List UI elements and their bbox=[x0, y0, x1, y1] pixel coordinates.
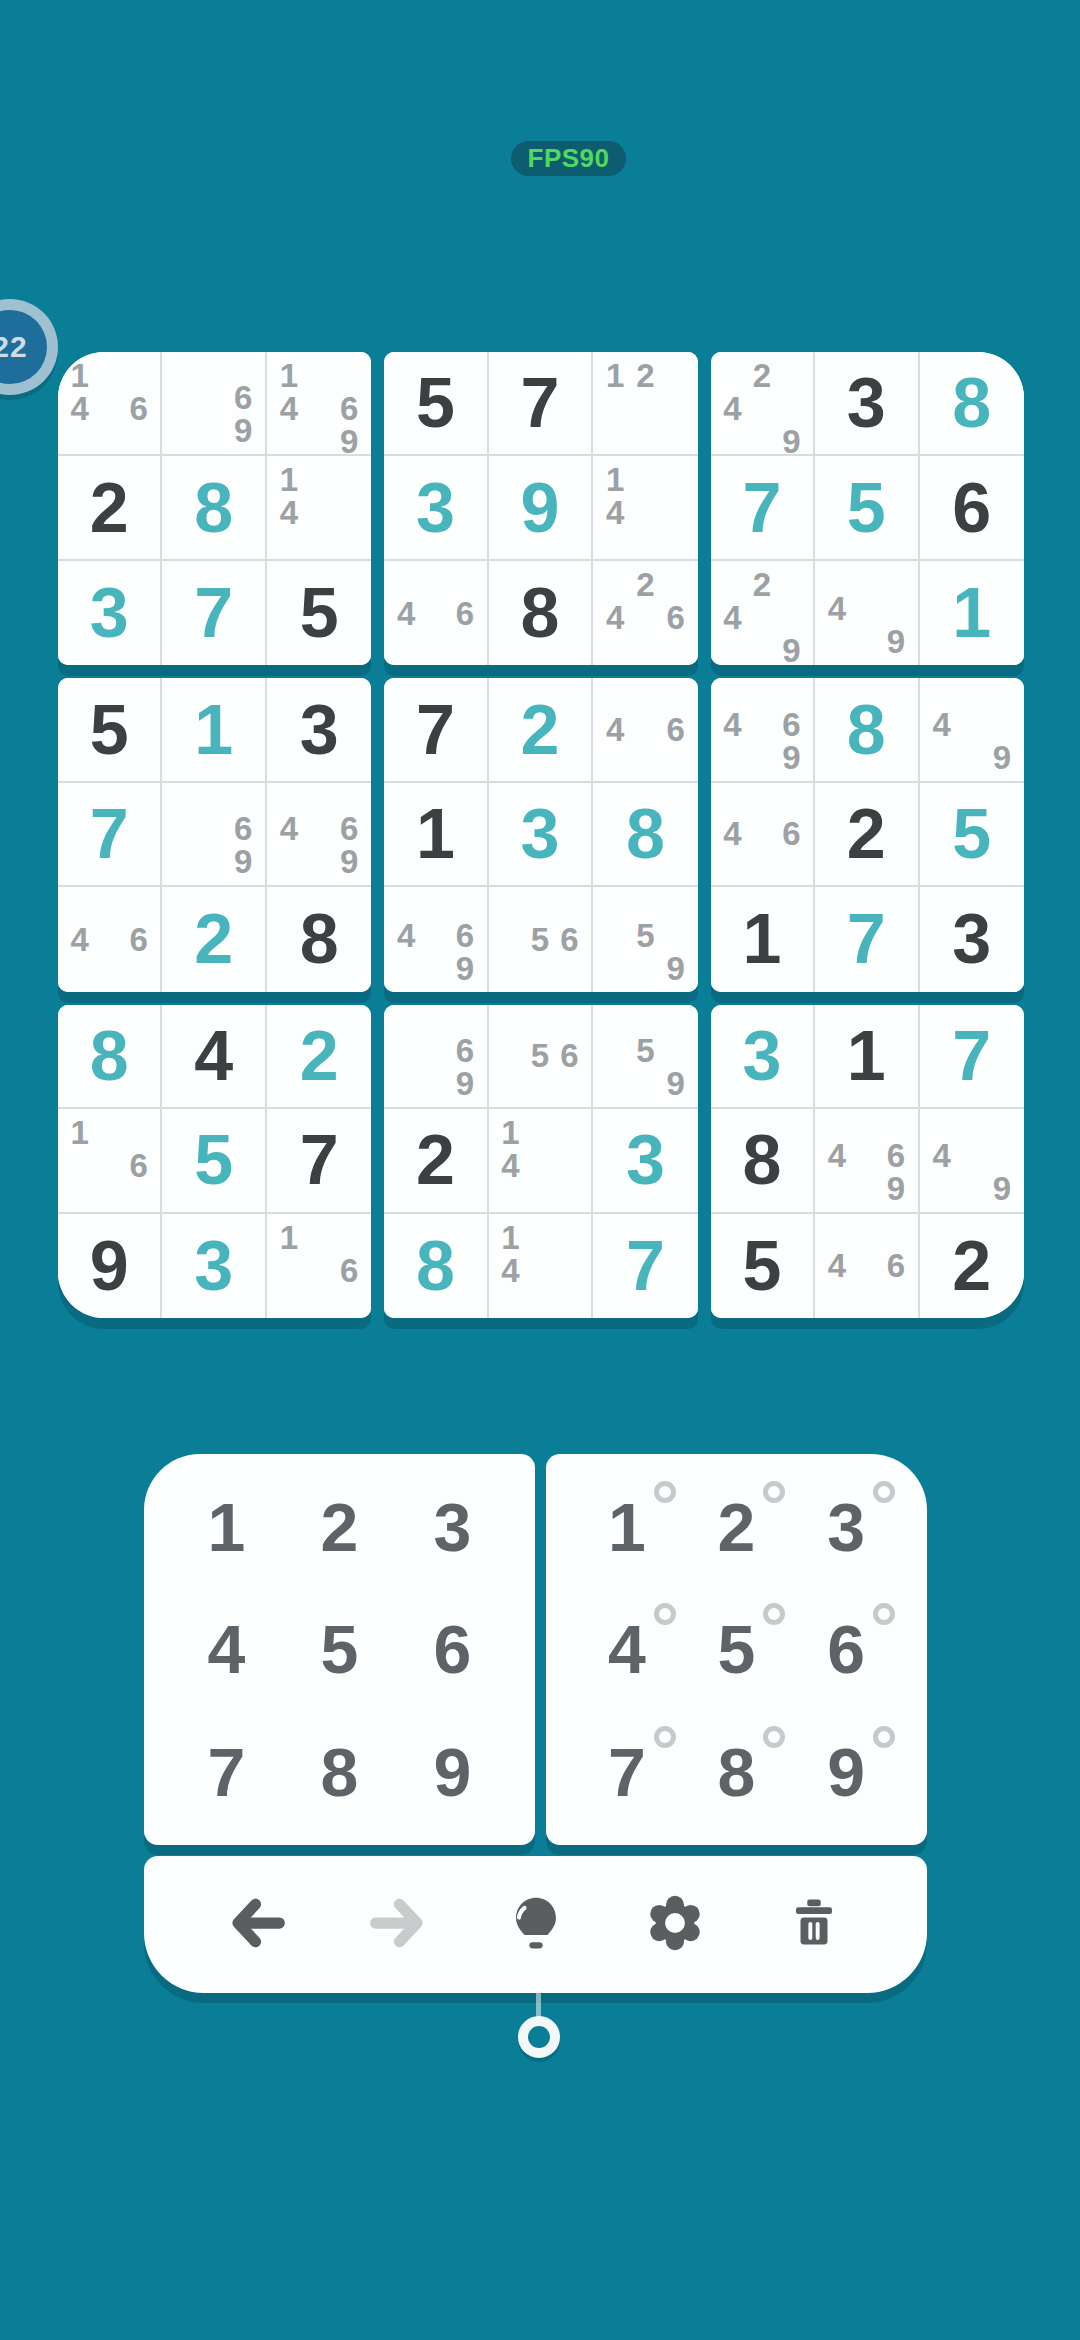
box-8: 69565921438147 bbox=[384, 1005, 697, 1318]
cell-r4c1[interactable]: 5 bbox=[58, 678, 162, 782]
numpad-normal-3[interactable]: 3 bbox=[396, 1466, 509, 1588]
numpad-digit: 6 bbox=[434, 1615, 472, 1683]
note-digit bbox=[555, 956, 584, 985]
numpad-normal-1[interactable]: 1 bbox=[170, 1466, 283, 1588]
note-digit: 4 bbox=[718, 708, 747, 741]
note-digit: 4 bbox=[65, 923, 94, 956]
cell-r2c5[interactable]: 9 bbox=[489, 456, 593, 560]
numpad-notes-4[interactable]: 4 bbox=[572, 1588, 682, 1710]
cell-r2c2[interactable]: 8 bbox=[162, 456, 266, 560]
note-digit: 1 bbox=[496, 1116, 525, 1149]
note-digit: 6 bbox=[334, 1254, 364, 1287]
note-digit: 4 bbox=[600, 713, 630, 746]
pencil-notes: 69 bbox=[391, 1012, 479, 1100]
drag-handle[interactable] bbox=[518, 2016, 560, 2058]
cell-r1c1[interactable]: 146 bbox=[58, 352, 162, 456]
pencil-notes: 469 bbox=[718, 685, 806, 773]
note-digit bbox=[199, 381, 228, 414]
numpad-digit: 6 bbox=[827, 1615, 865, 1683]
cell-r9c9[interactable]: 2 bbox=[920, 1214, 1024, 1318]
cell-r7c3[interactable]: 2 bbox=[267, 1005, 371, 1109]
note-digit bbox=[718, 741, 747, 774]
numpad-normal-9[interactable]: 9 bbox=[396, 1711, 509, 1833]
note-digit: 4 bbox=[600, 496, 630, 529]
cell-r8c2[interactable]: 5 bbox=[162, 1109, 266, 1213]
note-digit bbox=[661, 746, 691, 774]
cell-r1c6[interactable]: 12 bbox=[593, 352, 697, 456]
cell-r4c5[interactable]: 2 bbox=[489, 678, 593, 782]
cell-r5c4[interactable]: 1 bbox=[384, 783, 488, 887]
note-digit bbox=[852, 1249, 881, 1282]
user-digit: 7 bbox=[952, 1021, 991, 1091]
side-counter-value: 22 bbox=[0, 310, 47, 384]
note-digit: 6 bbox=[661, 713, 691, 746]
note-digit bbox=[124, 359, 153, 392]
note-digit bbox=[747, 601, 776, 634]
note-digit bbox=[199, 790, 228, 812]
cell-r8c4[interactable]: 2 bbox=[384, 1109, 488, 1213]
note-digit bbox=[228, 790, 257, 812]
cell-r6c1[interactable]: 46 bbox=[58, 887, 162, 991]
user-digit: 1 bbox=[194, 695, 233, 765]
note-digit bbox=[391, 1012, 420, 1034]
note-digit: 9 bbox=[450, 1067, 479, 1100]
note-digit bbox=[94, 956, 123, 985]
note-digit bbox=[957, 1139, 987, 1172]
note-digit bbox=[421, 1012, 450, 1034]
note-digit bbox=[822, 1116, 851, 1138]
note-digit: 9 bbox=[777, 634, 806, 665]
cell-r4c4[interactable]: 7 bbox=[384, 678, 488, 782]
numpad-notes-1[interactable]: 1 bbox=[572, 1466, 682, 1588]
note-digit: 5 bbox=[630, 919, 660, 952]
numpad-digit: 5 bbox=[718, 1615, 756, 1683]
cell-r6c9[interactable]: 3 bbox=[920, 887, 1024, 991]
redo-button[interactable] bbox=[364, 1892, 430, 1958]
note-digit bbox=[718, 850, 747, 878]
numpad-notes-5[interactable]: 5 bbox=[682, 1588, 792, 1710]
note-digit bbox=[94, 894, 123, 923]
note-digit: 6 bbox=[228, 381, 257, 414]
cell-r2c8[interactable]: 5 bbox=[815, 456, 919, 560]
note-digit bbox=[334, 1221, 364, 1254]
cell-r3c1[interactable]: 3 bbox=[58, 561, 162, 665]
note-digit: 6 bbox=[334, 812, 364, 845]
note-digit bbox=[718, 568, 747, 601]
note-digit bbox=[852, 568, 881, 592]
note-digit bbox=[391, 952, 420, 985]
note-digit bbox=[496, 1072, 525, 1100]
pencil-notes: 69 bbox=[169, 359, 257, 447]
cell-r5c9[interactable]: 5 bbox=[920, 783, 1024, 887]
note-digit bbox=[334, 1287, 364, 1311]
cell-r5c3[interactable]: 469 bbox=[267, 783, 371, 887]
note-digit: 9 bbox=[661, 952, 691, 985]
note-digit bbox=[661, 894, 691, 918]
note-digit: 6 bbox=[124, 1149, 153, 1182]
note-digit bbox=[600, 1034, 630, 1067]
user-digit: 2 bbox=[194, 904, 233, 974]
cell-r2c6[interactable]: 14 bbox=[593, 456, 697, 560]
cell-r4c9[interactable]: 49 bbox=[920, 678, 1024, 782]
cell-r2c7[interactable]: 7 bbox=[711, 456, 815, 560]
note-digit bbox=[630, 601, 660, 634]
user-digit: 8 bbox=[847, 695, 886, 765]
note-digit bbox=[600, 529, 630, 551]
note-digit: 4 bbox=[391, 597, 420, 630]
user-digit: 8 bbox=[194, 473, 233, 543]
cell-r8c7[interactable]: 8 bbox=[711, 1109, 815, 1213]
user-digit: 7 bbox=[194, 578, 233, 648]
cell-r7c9[interactable]: 7 bbox=[920, 1005, 1024, 1109]
note-digit bbox=[661, 1012, 691, 1034]
cell-r1c7[interactable]: 249 bbox=[711, 352, 815, 456]
note-digit bbox=[334, 463, 364, 496]
note-digit bbox=[94, 359, 123, 392]
user-digit: 3 bbox=[90, 578, 129, 648]
note-digit bbox=[718, 685, 747, 707]
note-digit: 9 bbox=[228, 845, 257, 878]
cell-r5c8[interactable]: 2 bbox=[815, 783, 919, 887]
numpad-digit: 1 bbox=[608, 1493, 646, 1561]
box-5: 72461384695659 bbox=[384, 678, 697, 991]
note-digit bbox=[630, 529, 660, 551]
note-digit bbox=[65, 1182, 94, 1204]
note-digit bbox=[777, 685, 806, 707]
note-digit bbox=[661, 634, 691, 658]
note-digit bbox=[525, 894, 554, 923]
note-digit: 9 bbox=[987, 741, 1017, 774]
note-digit bbox=[421, 1034, 450, 1067]
note-digit bbox=[274, 790, 304, 812]
cell-r7c1[interactable]: 8 bbox=[58, 1005, 162, 1109]
note-digit: 4 bbox=[822, 1139, 851, 1172]
cell-r1c5[interactable]: 7 bbox=[489, 352, 593, 456]
note-digit: 6 bbox=[881, 1139, 910, 1172]
cell-r6c8[interactable]: 7 bbox=[815, 887, 919, 991]
numpad-digit: 9 bbox=[827, 1738, 865, 1806]
note-digit bbox=[274, 1287, 304, 1311]
cell-r1c9[interactable]: 8 bbox=[920, 352, 1024, 456]
given-digit: 7 bbox=[300, 1125, 339, 1195]
hint-button[interactable] bbox=[503, 1892, 569, 1958]
cell-r5c6[interactable]: 8 bbox=[593, 783, 697, 887]
user-digit: 7 bbox=[742, 473, 781, 543]
note-digit: 2 bbox=[747, 568, 776, 601]
note-digit bbox=[274, 1254, 304, 1287]
numpad-notes-6[interactable]: 6 bbox=[791, 1588, 901, 1710]
note-digit bbox=[555, 1012, 584, 1040]
cell-r7c5[interactable]: 56 bbox=[489, 1005, 593, 1109]
note-digit: 4 bbox=[718, 601, 747, 634]
cell-r9c8[interactable]: 46 bbox=[815, 1214, 919, 1318]
note-digit bbox=[777, 790, 806, 818]
note-digit bbox=[124, 1182, 153, 1204]
cell-r3c8[interactable]: 49 bbox=[815, 561, 919, 665]
pencil-notes: 14 bbox=[600, 463, 690, 551]
pencil-notes: 12 bbox=[600, 359, 690, 447]
numpad-normal-6[interactable]: 6 bbox=[396, 1588, 509, 1710]
note-digit bbox=[747, 634, 776, 665]
cell-r4c6[interactable]: 46 bbox=[593, 678, 697, 782]
note-digit: 6 bbox=[555, 923, 584, 956]
cell-r8c6[interactable]: 3 bbox=[593, 1109, 697, 1213]
note-digit bbox=[555, 894, 584, 923]
cell-r5c5[interactable]: 3 bbox=[489, 783, 593, 887]
cell-r4c7[interactable]: 469 bbox=[711, 678, 815, 782]
cell-r8c1[interactable]: 16 bbox=[58, 1109, 162, 1213]
cell-r4c8[interactable]: 8 bbox=[815, 678, 919, 782]
cell-r9c5[interactable]: 14 bbox=[489, 1214, 593, 1318]
cell-r3c6[interactable]: 246 bbox=[593, 561, 697, 665]
note-digit bbox=[124, 425, 153, 447]
cell-r3c4[interactable]: 46 bbox=[384, 561, 488, 665]
cell-r5c7[interactable]: 46 bbox=[711, 783, 815, 887]
numpad-normal-4[interactable]: 4 bbox=[170, 1588, 283, 1710]
pencil-notes: 69 bbox=[169, 790, 257, 878]
cell-r4c3[interactable]: 3 bbox=[267, 678, 371, 782]
note-digit: 4 bbox=[496, 1254, 525, 1287]
note-digit bbox=[718, 359, 747, 392]
given-digit: 5 bbox=[416, 368, 455, 438]
cell-r2c1[interactable]: 2 bbox=[58, 456, 162, 560]
cell-r7c6[interactable]: 59 bbox=[593, 1005, 697, 1109]
cell-r9c1[interactable]: 9 bbox=[58, 1214, 162, 1318]
cell-r8c3[interactable]: 7 bbox=[267, 1109, 371, 1213]
cell-r8c9[interactable]: 49 bbox=[920, 1109, 1024, 1213]
cell-r3c5[interactable]: 8 bbox=[489, 561, 593, 665]
note-digit bbox=[525, 1182, 554, 1204]
note-digit bbox=[555, 1182, 584, 1204]
note-digit: 9 bbox=[881, 1172, 910, 1205]
pencil-notes: 56 bbox=[496, 1012, 584, 1100]
box-9: 3178469495462 bbox=[711, 1005, 1024, 1318]
note-digit bbox=[927, 685, 957, 707]
note-digit bbox=[600, 952, 630, 985]
sudoku-board: 1466914692814375571239144682462493875624… bbox=[58, 352, 1024, 1318]
given-digit: 3 bbox=[300, 695, 339, 765]
note-digit: 6 bbox=[881, 1249, 910, 1282]
note-digit bbox=[661, 685, 691, 713]
given-digit: 5 bbox=[742, 1231, 781, 1301]
note-digit bbox=[450, 630, 479, 659]
cell-r5c1[interactable]: 7 bbox=[58, 783, 162, 887]
note-digit bbox=[169, 359, 198, 381]
note-digit: 9 bbox=[228, 414, 257, 447]
cell-r1c8[interactable]: 3 bbox=[815, 352, 919, 456]
note-digit: 5 bbox=[525, 923, 554, 956]
note-digit: 2 bbox=[630, 359, 660, 392]
numpad-digit: 3 bbox=[434, 1493, 472, 1561]
note-digit: 6 bbox=[777, 708, 806, 741]
numpad-digit: 8 bbox=[718, 1738, 756, 1806]
note-digit bbox=[555, 1221, 584, 1254]
given-digit: 5 bbox=[300, 578, 339, 648]
cell-r3c3[interactable]: 5 bbox=[267, 561, 371, 665]
note-digit bbox=[304, 425, 334, 458]
note-digit: 4 bbox=[274, 496, 304, 529]
note-digit bbox=[881, 1282, 910, 1311]
numpad-notes-8[interactable]: 8 bbox=[682, 1711, 792, 1833]
cell-r7c8[interactable]: 1 bbox=[815, 1005, 919, 1109]
note-digit bbox=[496, 923, 525, 956]
note-digit bbox=[777, 359, 806, 392]
cell-r2c9[interactable]: 6 bbox=[920, 456, 1024, 560]
pencil-notes: 14 bbox=[496, 1221, 584, 1311]
cell-r9c3[interactable]: 16 bbox=[267, 1214, 371, 1318]
pencil-notes: 246 bbox=[600, 568, 690, 658]
note-digit bbox=[94, 1149, 123, 1182]
cell-r2c4[interactable]: 3 bbox=[384, 456, 488, 560]
note-digit bbox=[600, 392, 630, 420]
user-digit: 2 bbox=[300, 1021, 339, 1091]
note-digit bbox=[630, 463, 660, 496]
note-digit bbox=[747, 850, 776, 878]
note-digit: 4 bbox=[496, 1149, 525, 1182]
note-digit: 2 bbox=[630, 568, 660, 601]
note-digit: 4 bbox=[65, 392, 94, 425]
undo-button[interactable] bbox=[225, 1892, 291, 1958]
note-digit bbox=[421, 919, 450, 952]
note-digit bbox=[600, 568, 630, 601]
box-7: 84216579316 bbox=[58, 1005, 371, 1318]
user-digit: 2 bbox=[521, 695, 560, 765]
cell-r6c2[interactable]: 2 bbox=[162, 887, 266, 991]
redo-arrow-icon bbox=[367, 1893, 427, 1956]
numpad-normal-2[interactable]: 2 bbox=[283, 1466, 396, 1588]
delete-button[interactable] bbox=[781, 1892, 847, 1958]
cell-r1c3[interactable]: 1469 bbox=[267, 352, 371, 456]
cell-r1c4[interactable]: 5 bbox=[384, 352, 488, 456]
note-digit bbox=[747, 392, 776, 425]
note-digit bbox=[987, 685, 1017, 707]
note-digit bbox=[334, 790, 364, 812]
note-digit bbox=[304, 496, 334, 529]
note-digit: 6 bbox=[777, 817, 806, 850]
note-digit: 4 bbox=[718, 392, 747, 425]
note-digit: 5 bbox=[630, 1034, 660, 1067]
gear-icon bbox=[646, 1894, 704, 1955]
pencil-notes: 56 bbox=[496, 894, 584, 984]
note-digit bbox=[630, 392, 660, 420]
note-digit: 1 bbox=[496, 1221, 525, 1254]
user-digit: 7 bbox=[90, 799, 129, 869]
numpad-notes-9[interactable]: 9 bbox=[791, 1711, 901, 1833]
settings-button[interactable] bbox=[642, 1892, 708, 1958]
cell-r6c4[interactable]: 469 bbox=[384, 887, 488, 991]
cell-r2c3[interactable]: 14 bbox=[267, 456, 371, 560]
pencil-notes: 46 bbox=[391, 568, 479, 658]
user-digit: 9 bbox=[521, 473, 560, 543]
note-digit: 4 bbox=[927, 1139, 957, 1172]
cell-r3c2[interactable]: 7 bbox=[162, 561, 266, 665]
note-digit bbox=[525, 1012, 554, 1040]
pencil-notes: 16 bbox=[274, 1221, 364, 1311]
pencil-notes: 46 bbox=[600, 685, 690, 773]
note-digit bbox=[987, 1116, 1017, 1138]
user-digit: 3 bbox=[626, 1125, 665, 1195]
cell-r7c2[interactable]: 4 bbox=[162, 1005, 266, 1109]
note-digit: 6 bbox=[450, 919, 479, 952]
note-digit: 2 bbox=[747, 359, 776, 392]
note-digit bbox=[822, 625, 851, 658]
note-digit bbox=[661, 496, 691, 529]
note-digit bbox=[927, 1172, 957, 1205]
note-digit: 9 bbox=[987, 1172, 1017, 1205]
cell-r9c6[interactable]: 7 bbox=[593, 1214, 697, 1318]
user-digit: 3 bbox=[194, 1231, 233, 1301]
box-4: 5137694694628 bbox=[58, 678, 371, 991]
note-digit bbox=[777, 601, 806, 634]
numpad-notes-7[interactable]: 7 bbox=[572, 1711, 682, 1833]
cell-r8c5[interactable]: 14 bbox=[489, 1109, 593, 1213]
note-digit bbox=[600, 746, 630, 774]
cell-r6c6[interactable]: 59 bbox=[593, 887, 697, 991]
note-digit bbox=[304, 790, 334, 812]
note-digit bbox=[391, 568, 420, 597]
note-digit bbox=[65, 956, 94, 985]
note-digit bbox=[169, 414, 198, 447]
cell-r9c4[interactable]: 8 bbox=[384, 1214, 488, 1318]
user-digit: 3 bbox=[742, 1021, 781, 1091]
cell-r6c7[interactable]: 1 bbox=[711, 887, 815, 991]
user-digit: 8 bbox=[626, 799, 665, 869]
note-digit bbox=[852, 1282, 881, 1311]
note-digit bbox=[661, 420, 691, 448]
note-digit: 9 bbox=[777, 741, 806, 774]
note-digit bbox=[94, 392, 123, 425]
numpad-normal-5[interactable]: 5 bbox=[283, 1588, 396, 1710]
cell-r3c7[interactable]: 249 bbox=[711, 561, 815, 665]
numpad-normal-8[interactable]: 8 bbox=[283, 1711, 396, 1833]
note-digit bbox=[957, 708, 987, 741]
user-digit: 8 bbox=[416, 1231, 455, 1301]
cell-r8c8[interactable]: 469 bbox=[815, 1109, 919, 1213]
cell-r7c7[interactable]: 3 bbox=[711, 1005, 815, 1109]
note-digit bbox=[496, 1287, 525, 1311]
cell-r7c4[interactable]: 69 bbox=[384, 1005, 488, 1109]
cell-r9c2[interactable]: 3 bbox=[162, 1214, 266, 1318]
cell-r9c7[interactable]: 5 bbox=[711, 1214, 815, 1318]
user-digit: 5 bbox=[194, 1125, 233, 1195]
numpad-notes-2[interactable]: 2 bbox=[682, 1466, 792, 1588]
note-digit bbox=[94, 1182, 123, 1204]
cell-r3c9[interactable]: 1 bbox=[920, 561, 1024, 665]
cell-r4c2[interactable]: 1 bbox=[162, 678, 266, 782]
pencil-notes: 249 bbox=[718, 568, 806, 658]
note-digit bbox=[304, 392, 334, 425]
note-digit bbox=[199, 845, 228, 878]
numpad-normal-7[interactable]: 7 bbox=[170, 1711, 283, 1833]
note-digit bbox=[274, 845, 304, 878]
note-digit: 4 bbox=[718, 817, 747, 850]
cell-r1c2[interactable]: 69 bbox=[162, 352, 266, 456]
cell-r5c2[interactable]: 69 bbox=[162, 783, 266, 887]
note-digit bbox=[747, 741, 776, 774]
note-digit bbox=[881, 1221, 910, 1250]
box-1: 1466914692814375 bbox=[58, 352, 371, 665]
note-digit: 4 bbox=[274, 392, 304, 425]
cell-r6c3[interactable]: 8 bbox=[267, 887, 371, 991]
cell-r6c5[interactable]: 56 bbox=[489, 887, 593, 991]
side-counter-badge[interactable]: 22 bbox=[0, 299, 58, 395]
numpad-notes-3[interactable]: 3 bbox=[791, 1466, 901, 1588]
note-digit bbox=[661, 359, 691, 392]
pencil-notes: 49 bbox=[822, 568, 910, 658]
note-digit: 1 bbox=[600, 359, 630, 392]
note-digit bbox=[496, 1012, 525, 1040]
note-digit: 9 bbox=[777, 425, 806, 458]
